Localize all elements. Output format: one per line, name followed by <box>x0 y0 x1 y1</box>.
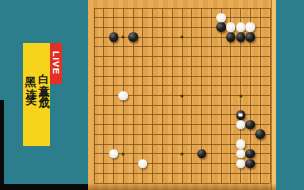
stone-white-Q5[interactable] <box>236 139 246 149</box>
star-point-D16 <box>122 36 125 39</box>
stone-white-Q4[interactable] <box>236 149 246 159</box>
star-point-K4 <box>181 152 184 155</box>
grid-line-vertical <box>260 8 261 183</box>
stone-white-Q17[interactable] <box>236 23 246 33</box>
stone-black-O17[interactable] <box>216 23 226 33</box>
stone-black-S6[interactable] <box>255 130 265 140</box>
stone-black-C16[interactable] <box>109 32 119 42</box>
stone-white-Q7[interactable] <box>236 120 246 130</box>
live-badge-label: LIVE <box>50 51 62 75</box>
stone-white-D10[interactable] <box>119 91 129 101</box>
stone-black-R4[interactable] <box>246 149 256 159</box>
stone-black-R16[interactable] <box>246 32 256 42</box>
grid-line-vertical <box>221 8 222 183</box>
grid-line-horizontal <box>94 105 270 106</box>
stone-black-Q16[interactable] <box>236 32 246 42</box>
board-shadow <box>88 183 276 190</box>
stone-white-P17[interactable] <box>226 23 236 33</box>
stone-white-C4[interactable] <box>109 149 119 159</box>
stone-black-R7[interactable] <box>246 120 256 130</box>
player-black-column: 黑 连笑 <box>24 67 37 91</box>
grid-line-vertical <box>270 8 271 183</box>
grid-line-vertical <box>191 8 192 183</box>
stone-black-Q8[interactable] <box>236 110 246 120</box>
player-white-column: 白 童梦成 <box>37 64 50 94</box>
grid-line-horizontal <box>94 134 270 135</box>
broadcast-frame: 黑 连笑 白 童梦成 LIVE <box>0 0 304 190</box>
stone-white-R17[interactable] <box>246 23 256 33</box>
stone-white-Q3[interactable] <box>236 159 246 169</box>
star-point-D4 <box>122 152 125 155</box>
scoreboard: 黑 连笑 白 童梦成 <box>23 43 50 146</box>
board-bezel <box>272 0 276 190</box>
stone-white-F3[interactable] <box>138 159 148 169</box>
player-white-name: 童梦成 <box>37 76 50 94</box>
go-board[interactable] <box>88 0 276 190</box>
frame-edge-bottom <box>0 184 88 190</box>
last-move-marker <box>239 113 242 116</box>
star-point-K16 <box>181 36 184 39</box>
grid-line-vertical <box>211 8 212 183</box>
stone-black-M4[interactable] <box>197 149 207 159</box>
star-point-Q10 <box>239 94 242 97</box>
player-black-name: 连笑 <box>24 79 37 91</box>
star-point-K10 <box>181 94 184 97</box>
left-overlay-panel: 黑 连笑 白 童梦成 LIVE <box>0 0 88 190</box>
frame-edge-left <box>0 100 4 190</box>
stone-black-R3[interactable] <box>246 159 256 169</box>
stone-black-P16[interactable] <box>226 32 236 42</box>
stone-white-O18[interactable] <box>216 13 226 23</box>
grid-line-horizontal <box>94 173 270 174</box>
live-badge: LIVE <box>50 43 62 84</box>
stone-black-E16[interactable] <box>128 32 138 42</box>
